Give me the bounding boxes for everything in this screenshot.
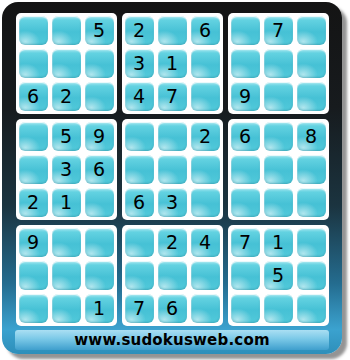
cell-r8c6[interactable] bbox=[191, 261, 220, 290]
cell-r8c4[interactable] bbox=[125, 261, 154, 290]
cell-r2c8[interactable] bbox=[264, 49, 293, 78]
cell-r9c1[interactable] bbox=[19, 294, 48, 323]
cell-r8c8[interactable]: 5 bbox=[264, 261, 293, 290]
box-1-3: 79 bbox=[228, 13, 329, 114]
cell-r3c7[interactable]: 9 bbox=[231, 82, 260, 111]
cell-r7c8[interactable]: 1 bbox=[264, 228, 293, 257]
cell-r1c6[interactable]: 6 bbox=[191, 16, 220, 45]
cell-r7c1[interactable]: 9 bbox=[19, 228, 48, 257]
cell-r2c7[interactable] bbox=[231, 49, 260, 78]
cell-r9c8[interactable] bbox=[264, 294, 293, 323]
box-3-2: 2476 bbox=[122, 225, 223, 326]
cell-r4c9[interactable]: 8 bbox=[297, 122, 326, 151]
cell-r2c1[interactable] bbox=[19, 49, 48, 78]
cell-r5c9[interactable] bbox=[297, 155, 326, 184]
cell-r3c3[interactable] bbox=[85, 82, 114, 111]
footer-bar: www.sudokusweb.com bbox=[15, 330, 329, 350]
cell-r2c6[interactable] bbox=[191, 49, 220, 78]
cell-r1c2[interactable] bbox=[52, 16, 81, 45]
cell-r1c9[interactable] bbox=[297, 16, 326, 45]
cell-r5c5[interactable] bbox=[158, 155, 187, 184]
cell-r6c7[interactable] bbox=[231, 188, 260, 217]
cell-r1c1[interactable] bbox=[19, 16, 48, 45]
sudoku-board: 5622631477959362126368912476715 www.sudo… bbox=[2, 2, 342, 354]
box-2-3: 68 bbox=[228, 119, 329, 220]
cell-r5c3[interactable]: 6 bbox=[85, 155, 114, 184]
cell-r5c4[interactable] bbox=[125, 155, 154, 184]
cell-r5c8[interactable] bbox=[264, 155, 293, 184]
cell-r2c4[interactable]: 3 bbox=[125, 49, 154, 78]
cell-r8c2[interactable] bbox=[52, 261, 81, 290]
cell-r4c6[interactable]: 2 bbox=[191, 122, 220, 151]
website-url: www.sudokusweb.com bbox=[74, 331, 269, 349]
cell-r8c1[interactable] bbox=[19, 261, 48, 290]
cell-r3c1[interactable]: 6 bbox=[19, 82, 48, 111]
cell-r9c9[interactable] bbox=[297, 294, 326, 323]
cell-r7c9[interactable] bbox=[297, 228, 326, 257]
cell-r2c9[interactable] bbox=[297, 49, 326, 78]
cell-r8c5[interactable] bbox=[158, 261, 187, 290]
cell-r3c9[interactable] bbox=[297, 82, 326, 111]
cell-r8c7[interactable] bbox=[231, 261, 260, 290]
cell-r4c5[interactable] bbox=[158, 122, 187, 151]
cell-r1c8[interactable]: 7 bbox=[264, 16, 293, 45]
cell-r9c6[interactable] bbox=[191, 294, 220, 323]
cell-r6c1[interactable]: 2 bbox=[19, 188, 48, 217]
cell-r3c8[interactable] bbox=[264, 82, 293, 111]
box-1-2: 263147 bbox=[122, 13, 223, 114]
cell-r4c7[interactable]: 6 bbox=[231, 122, 260, 151]
cell-r1c4[interactable]: 2 bbox=[125, 16, 154, 45]
cell-r4c8[interactable] bbox=[264, 122, 293, 151]
cell-r6c9[interactable] bbox=[297, 188, 326, 217]
box-3-3: 715 bbox=[228, 225, 329, 326]
cell-r7c3[interactable] bbox=[85, 228, 114, 257]
cell-r8c3[interactable] bbox=[85, 261, 114, 290]
cell-r7c6[interactable]: 4 bbox=[191, 228, 220, 257]
cell-r4c4[interactable] bbox=[125, 122, 154, 151]
cell-r2c5[interactable]: 1 bbox=[158, 49, 187, 78]
cell-r6c6[interactable] bbox=[191, 188, 220, 217]
cell-r6c2[interactable]: 1 bbox=[52, 188, 81, 217]
cell-r9c2[interactable] bbox=[52, 294, 81, 323]
cell-r4c2[interactable]: 5 bbox=[52, 122, 81, 151]
cell-r6c8[interactable] bbox=[264, 188, 293, 217]
cell-r3c4[interactable]: 4 bbox=[125, 82, 154, 111]
box-2-2: 263 bbox=[122, 119, 223, 220]
sudoku-grid: 5622631477959362126368912476715 bbox=[16, 13, 329, 326]
cell-r3c5[interactable]: 7 bbox=[158, 82, 187, 111]
box-2-1: 593621 bbox=[16, 119, 117, 220]
cell-r7c7[interactable]: 7 bbox=[231, 228, 260, 257]
cell-r8c9[interactable] bbox=[297, 261, 326, 290]
cell-r9c7[interactable] bbox=[231, 294, 260, 323]
cell-r4c1[interactable] bbox=[19, 122, 48, 151]
cell-r4c3[interactable]: 9 bbox=[85, 122, 114, 151]
cell-r1c7[interactable] bbox=[231, 16, 260, 45]
box-1-1: 562 bbox=[16, 13, 117, 114]
cell-r6c5[interactable]: 3 bbox=[158, 188, 187, 217]
cell-r7c4[interactable] bbox=[125, 228, 154, 257]
cell-r2c2[interactable] bbox=[52, 49, 81, 78]
cell-r9c4[interactable]: 7 bbox=[125, 294, 154, 323]
cell-r5c6[interactable] bbox=[191, 155, 220, 184]
cell-r3c2[interactable]: 2 bbox=[52, 82, 81, 111]
cell-r1c5[interactable] bbox=[158, 16, 187, 45]
cell-r5c7[interactable] bbox=[231, 155, 260, 184]
cell-r6c3[interactable] bbox=[85, 188, 114, 217]
cell-r9c3[interactable]: 1 bbox=[85, 294, 114, 323]
cell-r9c5[interactable]: 6 bbox=[158, 294, 187, 323]
cell-r3c6[interactable] bbox=[191, 82, 220, 111]
cell-r7c2[interactable] bbox=[52, 228, 81, 257]
cell-r5c1[interactable] bbox=[19, 155, 48, 184]
cell-r7c5[interactable]: 2 bbox=[158, 228, 187, 257]
box-3-1: 91 bbox=[16, 225, 117, 326]
cell-r6c4[interactable]: 6 bbox=[125, 188, 154, 217]
cell-r1c3[interactable]: 5 bbox=[85, 16, 114, 45]
cell-r2c3[interactable] bbox=[85, 49, 114, 78]
cell-r5c2[interactable]: 3 bbox=[52, 155, 81, 184]
